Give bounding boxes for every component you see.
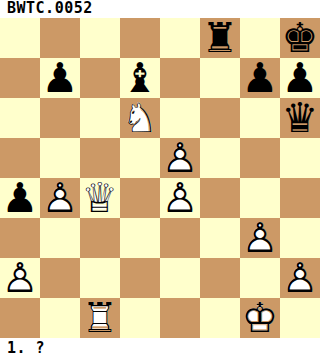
- piece-black-rook[interactable]: ♜: [200, 18, 240, 58]
- piece-outline-glyph: ♙: [160, 178, 200, 218]
- piece-solid-glyph: ♝: [120, 58, 160, 98]
- chess-puzzle-page: BWTC.0052 ♜♚♟♝♟♟♞♘♛♟♙♟♟♙♛♕♟♙♟♙♟♙♟♙♜♖♚♔ 1…: [0, 0, 320, 360]
- square-b7[interactable]: ♟: [40, 58, 80, 98]
- square-e8[interactable]: [160, 18, 200, 58]
- piece-solid-glyph: ♜: [200, 18, 240, 58]
- square-g5[interactable]: [240, 138, 280, 178]
- square-g7[interactable]: ♟: [240, 58, 280, 98]
- piece-white-pawn[interactable]: ♟♙: [240, 218, 280, 258]
- square-b5[interactable]: [40, 138, 80, 178]
- square-e1[interactable]: [160, 298, 200, 338]
- square-f5[interactable]: [200, 138, 240, 178]
- square-g1[interactable]: ♚♔: [240, 298, 280, 338]
- piece-solid-glyph: ♟: [40, 58, 80, 98]
- square-f1[interactable]: [200, 298, 240, 338]
- square-f6[interactable]: [200, 98, 240, 138]
- piece-white-queen[interactable]: ♛♕: [80, 178, 120, 218]
- square-d7[interactable]: ♝: [120, 58, 160, 98]
- square-c8[interactable]: [80, 18, 120, 58]
- piece-solid-glyph: ♟: [0, 178, 40, 218]
- square-c7[interactable]: [80, 58, 120, 98]
- square-a4[interactable]: ♟: [0, 178, 40, 218]
- piece-black-king[interactable]: ♚: [280, 18, 320, 58]
- piece-white-pawn[interactable]: ♟♙: [160, 138, 200, 178]
- chess-board: ♜♚♟♝♟♟♞♘♛♟♙♟♟♙♛♕♟♙♟♙♟♙♟♙♜♖♚♔: [0, 18, 320, 338]
- square-h4[interactable]: [280, 178, 320, 218]
- square-h2[interactable]: ♟♙: [280, 258, 320, 298]
- square-c2[interactable]: [80, 258, 120, 298]
- piece-black-bishop[interactable]: ♝: [120, 58, 160, 98]
- square-f8[interactable]: ♜: [200, 18, 240, 58]
- square-b1[interactable]: [40, 298, 80, 338]
- piece-solid-glyph: ♟: [240, 58, 280, 98]
- square-b2[interactable]: [40, 258, 80, 298]
- piece-solid-glyph: ♛: [280, 98, 320, 138]
- square-c5[interactable]: [80, 138, 120, 178]
- square-b6[interactable]: [40, 98, 80, 138]
- piece-black-pawn[interactable]: ♟: [40, 58, 80, 98]
- square-g3[interactable]: ♟♙: [240, 218, 280, 258]
- square-e5[interactable]: ♟♙: [160, 138, 200, 178]
- square-e7[interactable]: [160, 58, 200, 98]
- square-d4[interactable]: [120, 178, 160, 218]
- square-c1[interactable]: ♜♖: [80, 298, 120, 338]
- square-e6[interactable]: [160, 98, 200, 138]
- square-d5[interactable]: [120, 138, 160, 178]
- piece-outline-glyph: ♖: [80, 298, 120, 338]
- square-e2[interactable]: [160, 258, 200, 298]
- square-g2[interactable]: [240, 258, 280, 298]
- square-f2[interactable]: [200, 258, 240, 298]
- square-h3[interactable]: [280, 218, 320, 258]
- square-c6[interactable]: [80, 98, 120, 138]
- piece-solid-glyph: ♚: [280, 18, 320, 58]
- square-a8[interactable]: [0, 18, 40, 58]
- square-e4[interactable]: ♟♙: [160, 178, 200, 218]
- square-a7[interactable]: [0, 58, 40, 98]
- square-d3[interactable]: [120, 218, 160, 258]
- piece-white-pawn[interactable]: ♟♙: [160, 178, 200, 218]
- piece-outline-glyph: ♕: [80, 178, 120, 218]
- piece-solid-glyph: ♟: [280, 58, 320, 98]
- square-g6[interactable]: [240, 98, 280, 138]
- piece-white-pawn[interactable]: ♟♙: [280, 258, 320, 298]
- square-g4[interactable]: [240, 178, 280, 218]
- square-a2[interactable]: ♟♙: [0, 258, 40, 298]
- square-d1[interactable]: [120, 298, 160, 338]
- piece-white-king[interactable]: ♚♔: [240, 298, 280, 338]
- piece-white-pawn[interactable]: ♟♙: [40, 178, 80, 218]
- square-c4[interactable]: ♛♕: [80, 178, 120, 218]
- piece-black-pawn[interactable]: ♟: [280, 58, 320, 98]
- square-f3[interactable]: [200, 218, 240, 258]
- square-f7[interactable]: [200, 58, 240, 98]
- square-h1[interactable]: [280, 298, 320, 338]
- piece-black-queen[interactable]: ♛: [280, 98, 320, 138]
- puzzle-title: BWTC.0052: [0, 0, 320, 18]
- square-f4[interactable]: [200, 178, 240, 218]
- square-g8[interactable]: [240, 18, 280, 58]
- square-d8[interactable]: [120, 18, 160, 58]
- piece-outline-glyph: ♙: [40, 178, 80, 218]
- square-c3[interactable]: [80, 218, 120, 258]
- square-b4[interactable]: ♟♙: [40, 178, 80, 218]
- piece-black-pawn[interactable]: ♟: [0, 178, 40, 218]
- square-a1[interactable]: [0, 298, 40, 338]
- piece-white-pawn[interactable]: ♟♙: [0, 258, 40, 298]
- piece-outline-glyph: ♘: [120, 98, 160, 138]
- square-d6[interactable]: ♞♘: [120, 98, 160, 138]
- square-d2[interactable]: [120, 258, 160, 298]
- piece-outline-glyph: ♔: [240, 298, 280, 338]
- square-h7[interactable]: ♟: [280, 58, 320, 98]
- square-a3[interactable]: [0, 218, 40, 258]
- piece-outline-glyph: ♙: [160, 138, 200, 178]
- piece-outline-glyph: ♙: [0, 258, 40, 298]
- square-b3[interactable]: [40, 218, 80, 258]
- square-h5[interactable]: [280, 138, 320, 178]
- square-b8[interactable]: [40, 18, 80, 58]
- piece-white-knight[interactable]: ♞♘: [120, 98, 160, 138]
- piece-outline-glyph: ♙: [240, 218, 280, 258]
- piece-white-rook[interactable]: ♜♖: [80, 298, 120, 338]
- square-a5[interactable]: [0, 138, 40, 178]
- square-a6[interactable]: [0, 98, 40, 138]
- piece-outline-glyph: ♙: [280, 258, 320, 298]
- square-h8[interactable]: ♚: [280, 18, 320, 58]
- square-h6[interactable]: ♛: [280, 98, 320, 138]
- piece-black-pawn[interactable]: ♟: [240, 58, 280, 98]
- square-e3[interactable]: [160, 218, 200, 258]
